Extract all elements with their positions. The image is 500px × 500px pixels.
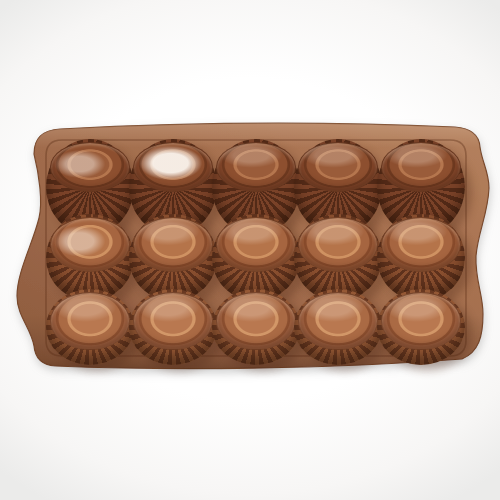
cavity-top <box>298 142 378 192</box>
cavity-top <box>381 292 461 350</box>
product-photo <box>0 0 500 500</box>
cavity-top <box>298 292 378 350</box>
cavity-grid <box>0 0 500 500</box>
cavity-top <box>298 217 378 272</box>
cavity-top <box>381 217 461 272</box>
cavity-top <box>133 217 213 272</box>
cavity-top <box>216 292 296 350</box>
cavity-top <box>216 217 296 272</box>
cavity-top <box>133 292 213 350</box>
cavity-top <box>381 142 461 192</box>
cavity-top <box>50 142 130 192</box>
cavity-top <box>50 292 130 350</box>
cavity-top <box>133 142 213 192</box>
cavity-top <box>50 217 130 272</box>
cavity-top <box>216 142 296 192</box>
